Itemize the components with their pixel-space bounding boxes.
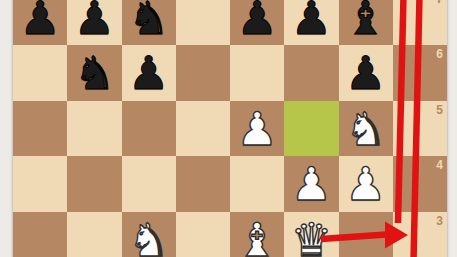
square-f3[interactable]: ♛ bbox=[284, 212, 338, 257]
square-b6[interactable]: ♞ bbox=[67, 45, 121, 101]
rank-label-3: 3 bbox=[436, 214, 443, 228]
square-h4[interactable]: 4 bbox=[393, 156, 447, 212]
square-h7[interactable]: 7 bbox=[393, 0, 447, 45]
square-b5[interactable] bbox=[67, 101, 121, 157]
square-c4[interactable] bbox=[122, 156, 176, 212]
piece-black-pawn[interactable]: ♟ bbox=[67, 0, 121, 45]
piece-black-knight[interactable]: ♞ bbox=[122, 0, 176, 45]
square-d6[interactable] bbox=[176, 45, 230, 101]
square-f7[interactable]: ♟ bbox=[284, 0, 338, 45]
square-f4[interactable]: ♟ bbox=[284, 156, 338, 212]
square-g4[interactable]: ♟ bbox=[339, 156, 393, 212]
square-e3[interactable]: ♝ bbox=[230, 212, 284, 257]
piece-white-pawn[interactable]: ♟ bbox=[339, 156, 393, 212]
rank-label-6: 6 bbox=[436, 47, 443, 61]
square-b7[interactable]: ♟ bbox=[67, 0, 121, 45]
piece-white-bishop[interactable]: ♝ bbox=[230, 212, 284, 257]
square-c7[interactable]: ♞ bbox=[122, 0, 176, 45]
square-h6[interactable]: 6 bbox=[393, 45, 447, 101]
piece-black-pawn[interactable]: ♟ bbox=[284, 0, 338, 45]
square-a6[interactable] bbox=[13, 45, 67, 101]
square-g5[interactable]: ♞ bbox=[339, 101, 393, 157]
piece-white-pawn[interactable]: ♟ bbox=[284, 156, 338, 212]
rank-label-4: 4 bbox=[436, 158, 443, 172]
rank-label-5: 5 bbox=[436, 103, 443, 117]
square-b4[interactable] bbox=[67, 156, 121, 212]
piece-white-knight[interactable]: ♞ bbox=[339, 101, 393, 157]
rank-label-7: 7 bbox=[436, 0, 443, 6]
square-h5[interactable]: 5 bbox=[393, 101, 447, 157]
square-b3[interactable] bbox=[67, 212, 121, 257]
piece-black-pawn[interactable]: ♟ bbox=[230, 0, 284, 45]
square-a4[interactable] bbox=[13, 156, 67, 212]
square-f5[interactable] bbox=[284, 101, 338, 157]
page-background: ♟♟♞♟♟♝7♞♟♟6♟♞5♟♟4♞♝♛3 bbox=[0, 0, 457, 257]
square-g6[interactable]: ♟ bbox=[339, 45, 393, 101]
square-g7[interactable]: ♝ bbox=[339, 0, 393, 45]
square-e5[interactable]: ♟ bbox=[230, 101, 284, 157]
piece-white-knight[interactable]: ♞ bbox=[122, 212, 176, 257]
square-c5[interactable] bbox=[122, 101, 176, 157]
square-a5[interactable] bbox=[13, 101, 67, 157]
piece-white-pawn[interactable]: ♟ bbox=[230, 101, 284, 157]
square-d7[interactable] bbox=[176, 0, 230, 45]
square-h3[interactable]: 3 bbox=[393, 212, 447, 257]
piece-black-pawn[interactable]: ♟ bbox=[339, 45, 393, 101]
chess-board: ♟♟♞♟♟♝7♞♟♟6♟♞5♟♟4♞♝♛3 bbox=[13, 0, 447, 257]
piece-black-pawn[interactable]: ♟ bbox=[13, 0, 67, 45]
piece-black-bishop[interactable]: ♝ bbox=[339, 0, 393, 45]
square-f6[interactable] bbox=[284, 45, 338, 101]
square-a7[interactable]: ♟ bbox=[13, 0, 67, 45]
square-c6[interactable]: ♟ bbox=[122, 45, 176, 101]
piece-black-pawn[interactable]: ♟ bbox=[122, 45, 176, 101]
square-e6[interactable] bbox=[230, 45, 284, 101]
square-d5[interactable] bbox=[176, 101, 230, 157]
square-g3[interactable] bbox=[339, 212, 393, 257]
square-a3[interactable] bbox=[13, 212, 67, 257]
square-c3[interactable]: ♞ bbox=[122, 212, 176, 257]
square-e4[interactable] bbox=[230, 156, 284, 212]
square-d4[interactable] bbox=[176, 156, 230, 212]
square-d3[interactable] bbox=[176, 212, 230, 257]
piece-black-knight[interactable]: ♞ bbox=[67, 45, 121, 101]
square-e7[interactable]: ♟ bbox=[230, 0, 284, 45]
piece-white-queen[interactable]: ♛ bbox=[284, 212, 338, 257]
